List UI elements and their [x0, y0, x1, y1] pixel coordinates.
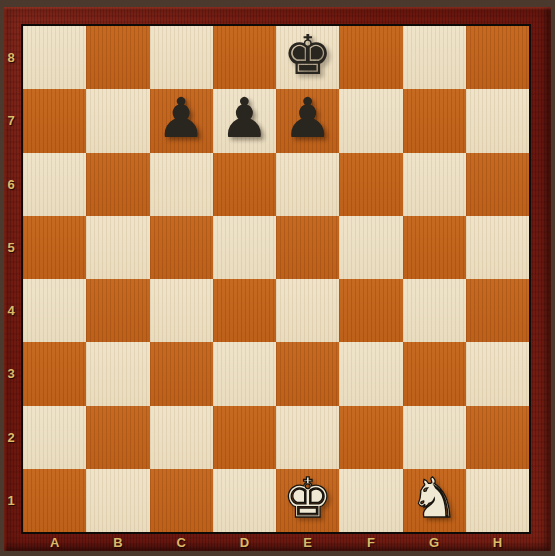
file-label-g: G [403, 535, 466, 550]
square-d8[interactable] [213, 26, 276, 89]
square-e3[interactable] [276, 342, 339, 405]
square-b5[interactable] [86, 216, 149, 279]
file-label-a: A [23, 535, 86, 550]
rank-label-8: 8 [3, 26, 19, 89]
rank-label-1: 1 [3, 469, 19, 532]
chess-app-window: ♚♟♟♟♚♞ 87654321 ABCDEFGH [0, 0, 555, 556]
square-h6[interactable] [466, 153, 529, 216]
square-d6[interactable] [213, 153, 276, 216]
file-label-b: B [86, 535, 149, 550]
square-d4[interactable] [213, 279, 276, 342]
square-c5[interactable] [150, 216, 213, 279]
file-label-e: E [276, 535, 339, 550]
file-coordinates: ABCDEFGH [23, 535, 529, 550]
square-a1[interactable] [23, 469, 86, 532]
square-e5[interactable] [276, 216, 339, 279]
file-label-c: C [150, 535, 213, 550]
square-c1[interactable] [150, 469, 213, 532]
square-g3[interactable] [403, 342, 466, 405]
black-king-e8[interactable]: ♚ [283, 28, 332, 83]
square-g1[interactable]: ♞ [403, 469, 466, 532]
square-b1[interactable] [86, 469, 149, 532]
square-b6[interactable] [86, 153, 149, 216]
white-knight-g1[interactable]: ♞ [409, 471, 458, 526]
square-f6[interactable] [339, 153, 402, 216]
file-label-f: F [339, 535, 402, 550]
rank-label-4: 4 [3, 279, 19, 342]
square-e1[interactable]: ♚ [276, 469, 339, 532]
square-e2[interactable] [276, 406, 339, 469]
square-c2[interactable] [150, 406, 213, 469]
square-b8[interactable] [86, 26, 149, 89]
rank-coordinates: 87654321 [3, 26, 19, 532]
rank-label-6: 6 [3, 153, 19, 216]
file-label-h: H [466, 535, 529, 550]
rank-label-2: 2 [3, 406, 19, 469]
square-b2[interactable] [86, 406, 149, 469]
square-f3[interactable] [339, 342, 402, 405]
black-pawn-d7[interactable]: ♟ [220, 91, 269, 146]
chess-board: ♚♟♟♟♚♞ [21, 24, 531, 534]
square-f4[interactable] [339, 279, 402, 342]
square-c8[interactable] [150, 26, 213, 89]
square-b3[interactable] [86, 342, 149, 405]
square-e8[interactable]: ♚ [276, 26, 339, 89]
square-c3[interactable] [150, 342, 213, 405]
square-g8[interactable] [403, 26, 466, 89]
square-d5[interactable] [213, 216, 276, 279]
square-a8[interactable] [23, 26, 86, 89]
square-h1[interactable] [466, 469, 529, 532]
square-h2[interactable] [466, 406, 529, 469]
square-c4[interactable] [150, 279, 213, 342]
square-c6[interactable] [150, 153, 213, 216]
square-b7[interactable] [86, 89, 149, 152]
square-d7[interactable]: ♟ [213, 89, 276, 152]
square-a3[interactable] [23, 342, 86, 405]
black-pawn-e7[interactable]: ♟ [283, 91, 332, 146]
square-e6[interactable] [276, 153, 339, 216]
square-g2[interactable] [403, 406, 466, 469]
square-h5[interactable] [466, 216, 529, 279]
square-h7[interactable] [466, 89, 529, 152]
square-d3[interactable] [213, 342, 276, 405]
square-h4[interactable] [466, 279, 529, 342]
square-g6[interactable] [403, 153, 466, 216]
square-h8[interactable] [466, 26, 529, 89]
square-h3[interactable] [466, 342, 529, 405]
file-label-d: D [213, 535, 276, 550]
square-g4[interactable] [403, 279, 466, 342]
square-g7[interactable] [403, 89, 466, 152]
square-d1[interactable] [213, 469, 276, 532]
square-f8[interactable] [339, 26, 402, 89]
rank-label-5: 5 [3, 216, 19, 279]
square-g5[interactable] [403, 216, 466, 279]
square-c7[interactable]: ♟ [150, 89, 213, 152]
square-d2[interactable] [213, 406, 276, 469]
square-f7[interactable] [339, 89, 402, 152]
square-a2[interactable] [23, 406, 86, 469]
square-e4[interactable] [276, 279, 339, 342]
square-e7[interactable]: ♟ [276, 89, 339, 152]
square-f1[interactable] [339, 469, 402, 532]
square-b4[interactable] [86, 279, 149, 342]
square-a4[interactable] [23, 279, 86, 342]
rank-label-3: 3 [3, 342, 19, 405]
square-a6[interactable] [23, 153, 86, 216]
square-a5[interactable] [23, 216, 86, 279]
square-f2[interactable] [339, 406, 402, 469]
square-f5[interactable] [339, 216, 402, 279]
black-pawn-c7[interactable]: ♟ [156, 91, 205, 146]
rank-label-7: 7 [3, 89, 19, 152]
white-king-e1[interactable]: ♚ [283, 471, 332, 526]
square-a7[interactable] [23, 89, 86, 152]
